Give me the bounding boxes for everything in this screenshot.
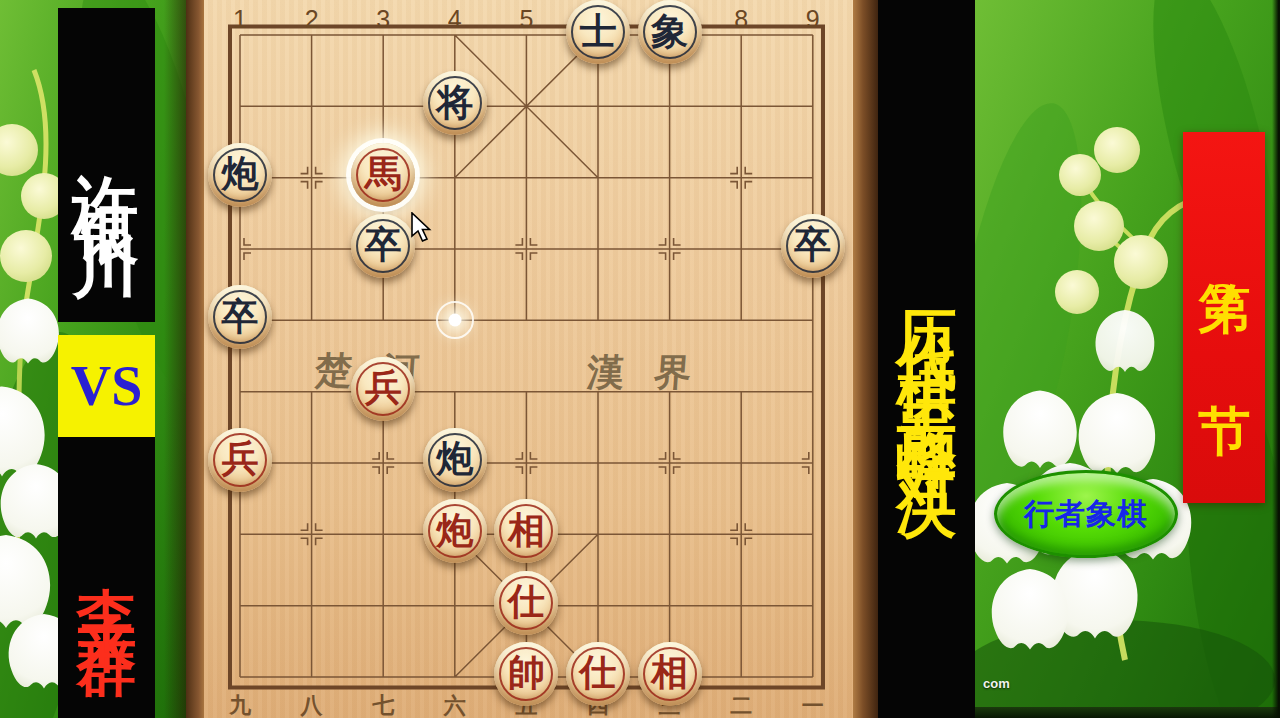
piece-char: 卒 [365, 226, 402, 263]
app-logo-text: 行者象棋 [1024, 494, 1148, 535]
file-label: 2 [305, 5, 319, 34]
series-title: 历代棋王巅峰对决 [897, 263, 957, 455]
xiangqi-app-screenshot: 许银川 VS 李来群 楚河 漢界 123456789 九八七六五四三二一 士象将… [0, 0, 1280, 718]
file-label: 六 [444, 691, 466, 718]
piece-馬[interactable]: 馬 [351, 143, 415, 207]
piece-卒[interactable]: 卒 [781, 214, 845, 278]
series-title-banner: 历代棋王巅峰对决 [878, 0, 975, 718]
mouse-cursor [410, 212, 436, 244]
piece-帥[interactable]: 帥 [494, 642, 558, 706]
piece-char: 相 [651, 654, 688, 691]
piece-仕[interactable]: 仕 [566, 642, 630, 706]
piece-炮[interactable]: 炮 [208, 143, 272, 207]
piece-卒[interactable]: 卒 [351, 214, 415, 278]
piece-兵[interactable]: 兵 [208, 428, 272, 492]
piece-char: 将 [436, 84, 473, 121]
river-label-right: 漢界 [585, 348, 722, 398]
piece-char: 仕 [580, 654, 617, 691]
piece-char: 相 [508, 512, 545, 549]
app-logo-badge[interactable]: 行者象棋 [994, 470, 1178, 558]
file-label: 二 [730, 691, 752, 718]
piece-char: 仕 [508, 583, 545, 620]
file-label: 4 [448, 5, 462, 34]
board-shadow-edge [164, 0, 186, 718]
bottom-dark-band [975, 707, 1280, 718]
file-label: 3 [376, 5, 390, 34]
vs-label: VS [71, 354, 143, 418]
piece-兵[interactable]: 兵 [351, 357, 415, 421]
piece-卒[interactable]: 卒 [208, 285, 272, 349]
episode-banner: 第2节 [1183, 132, 1265, 503]
file-label: 5 [519, 5, 533, 34]
piece-char: 馬 [365, 155, 402, 192]
episode-label: 第2节 [1198, 241, 1250, 394]
piece-char: 兵 [365, 369, 402, 406]
left-panel: 许银川 VS 李来群 [0, 0, 186, 718]
piece-仕[interactable]: 仕 [494, 571, 558, 635]
player-bottom-banner: 李来群 [58, 437, 155, 718]
file-label: 八 [301, 691, 323, 718]
file-label: 一 [802, 691, 824, 718]
piece-char: 兵 [222, 440, 259, 477]
piece-象[interactable]: 象 [638, 0, 702, 64]
piece-将[interactable]: 将 [423, 71, 487, 135]
piece-char: 卒 [794, 226, 831, 263]
file-label: 9 [806, 5, 820, 34]
vs-badge: VS [58, 335, 155, 437]
move-from-marker [436, 301, 474, 339]
piece-char: 卒 [222, 298, 259, 335]
piece-char: 士 [580, 13, 617, 50]
piece-char: 炮 [436, 440, 473, 477]
piece-炮[interactable]: 炮 [423, 428, 487, 492]
piece-char: 炮 [436, 512, 473, 549]
piece-炮[interactable]: 炮 [423, 499, 487, 563]
piece-士[interactable]: 士 [566, 0, 630, 64]
piece-char: 帥 [508, 654, 545, 691]
player-bottom-name: 李来群 [77, 539, 137, 617]
file-label: 1 [233, 5, 247, 34]
player-top-name: 许银川 [74, 120, 140, 210]
file-label: 8 [734, 5, 748, 34]
piece-char: 炮 [222, 155, 259, 192]
piece-相[interactable]: 相 [638, 642, 702, 706]
xiangqi-board[interactable]: 楚河 漢界 123456789 九八七六五四三二一 士象将炮馬卒卒卒兵兵炮炮相仕… [186, 0, 878, 718]
file-label: 七 [372, 691, 394, 718]
right-panel: 第2节 行者象棋 com [975, 0, 1280, 718]
file-label: 九 [229, 691, 251, 718]
watermark-text: com [983, 676, 1010, 691]
right-edge-shadow [1272, 0, 1280, 718]
player-top-banner: 许银川 [58, 8, 155, 322]
piece-char: 象 [651, 13, 688, 50]
